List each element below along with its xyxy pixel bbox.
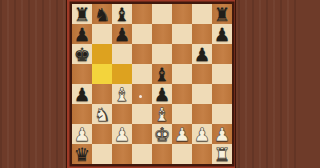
piece-black-queen[interactable]: ♛ <box>72 144 92 164</box>
square-c6[interactable] <box>112 44 132 64</box>
square-f2[interactable]: ♟ <box>172 124 192 144</box>
piece-white-rook[interactable]: ♜ <box>212 144 232 164</box>
square-b1[interactable] <box>92 144 112 164</box>
square-e3[interactable]: ♝ <box>152 104 172 124</box>
square-a5[interactable] <box>72 64 92 84</box>
piece-black-knight[interactable]: ♞ <box>92 4 112 24</box>
square-a3[interactable] <box>72 104 92 124</box>
square-b6[interactable] <box>92 44 112 64</box>
piece-white-king[interactable]: ♚ <box>152 124 172 144</box>
square-g4[interactable] <box>192 84 212 104</box>
square-c5[interactable] <box>112 64 132 84</box>
piece-black-rook[interactable]: ♜ <box>212 4 232 24</box>
square-f8[interactable] <box>172 4 192 24</box>
square-b8[interactable]: ♞ <box>92 4 112 24</box>
square-e7[interactable] <box>152 24 172 44</box>
square-a1[interactable]: ♛ <box>72 144 92 164</box>
square-c8[interactable]: ♝ <box>112 4 132 24</box>
square-h4[interactable] <box>212 84 232 104</box>
square-e1[interactable] <box>152 144 172 164</box>
piece-black-rook[interactable]: ♜ <box>72 4 92 24</box>
piece-black-bishop[interactable]: ♝ <box>112 4 132 24</box>
piece-white-bishop[interactable]: ♝ <box>152 104 172 124</box>
cursor-dot <box>139 95 142 98</box>
square-d1[interactable] <box>132 144 152 164</box>
square-f7[interactable] <box>172 24 192 44</box>
square-d8[interactable] <box>132 4 152 24</box>
piece-black-bishop[interactable]: ♝ <box>152 64 172 84</box>
square-e2[interactable]: ♚ <box>152 124 172 144</box>
square-d5[interactable] <box>132 64 152 84</box>
square-a2[interactable]: ♟ <box>72 124 92 144</box>
square-d3[interactable] <box>132 104 152 124</box>
square-h5[interactable] <box>212 64 232 84</box>
square-d6[interactable] <box>132 44 152 64</box>
piece-white-pawn[interactable]: ♟ <box>112 124 132 144</box>
piece-black-pawn[interactable]: ♟ <box>152 84 172 104</box>
piece-white-pawn[interactable]: ♟ <box>212 124 232 144</box>
square-b2[interactable] <box>92 124 112 144</box>
square-g1[interactable] <box>192 144 212 164</box>
square-h1[interactable]: ♜ <box>212 144 232 164</box>
piece-black-pawn[interactable]: ♟ <box>72 84 92 104</box>
square-h2[interactable]: ♟ <box>212 124 232 144</box>
square-a6[interactable]: ♚ <box>72 44 92 64</box>
piece-white-pawn[interactable]: ♟ <box>172 124 192 144</box>
piece-white-pawn[interactable]: ♟ <box>192 124 212 144</box>
square-a4[interactable]: ♟ <box>72 84 92 104</box>
square-d2[interactable] <box>132 124 152 144</box>
square-c4[interactable]: ♝ <box>112 84 132 104</box>
square-g2[interactable]: ♟ <box>192 124 212 144</box>
square-c3[interactable] <box>112 104 132 124</box>
square-d4[interactable] <box>132 84 152 104</box>
piece-white-pawn[interactable]: ♟ <box>72 124 92 144</box>
square-g3[interactable] <box>192 104 212 124</box>
square-a7[interactable]: ♟ <box>72 24 92 44</box>
chess-board: ♜♞♝♜♟♟♟♚♟♝♟♝♟♞♝♟♟♚♟♟♟♛♜ <box>72 4 232 164</box>
square-f3[interactable] <box>172 104 192 124</box>
piece-black-pawn[interactable]: ♟ <box>212 24 232 44</box>
square-e8[interactable] <box>152 4 172 24</box>
piece-black-pawn[interactable]: ♟ <box>72 24 92 44</box>
piece-black-pawn[interactable]: ♟ <box>112 24 132 44</box>
square-h8[interactable]: ♜ <box>212 4 232 24</box>
square-c2[interactable]: ♟ <box>112 124 132 144</box>
square-h3[interactable] <box>212 104 232 124</box>
square-h6[interactable] <box>212 44 232 64</box>
piece-white-bishop[interactable]: ♝ <box>112 84 132 104</box>
square-g7[interactable] <box>192 24 212 44</box>
square-f4[interactable] <box>172 84 192 104</box>
square-c1[interactable] <box>112 144 132 164</box>
square-g5[interactable] <box>192 64 212 84</box>
square-f5[interactable] <box>172 64 192 84</box>
square-b7[interactable] <box>92 24 112 44</box>
square-f1[interactable] <box>172 144 192 164</box>
piece-black-king[interactable]: ♚ <box>72 44 92 64</box>
square-b5[interactable] <box>92 64 112 84</box>
square-h7[interactable]: ♟ <box>212 24 232 44</box>
square-b4[interactable] <box>92 84 112 104</box>
square-g8[interactable] <box>192 4 212 24</box>
piece-white-knight[interactable]: ♞ <box>92 104 112 124</box>
square-b3[interactable]: ♞ <box>92 104 112 124</box>
square-e4[interactable]: ♟ <box>152 84 172 104</box>
piece-black-pawn[interactable]: ♟ <box>192 44 212 64</box>
square-f6[interactable] <box>172 44 192 64</box>
square-e6[interactable] <box>152 44 172 64</box>
square-a8[interactable]: ♜ <box>72 4 92 24</box>
square-d7[interactable] <box>132 24 152 44</box>
square-g6[interactable]: ♟ <box>192 44 212 64</box>
square-e5[interactable]: ♝ <box>152 64 172 84</box>
square-c7[interactable]: ♟ <box>112 24 132 44</box>
